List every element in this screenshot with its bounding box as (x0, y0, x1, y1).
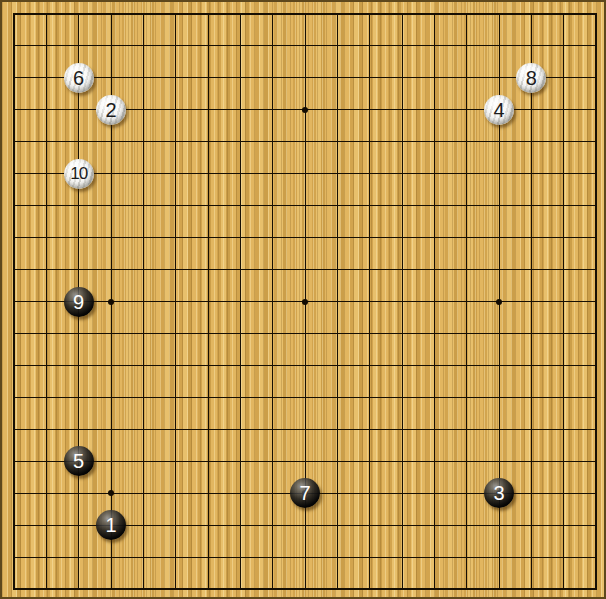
grid-line-vertical-12 (402, 13, 403, 590)
move-number-label: 5 (73, 451, 84, 471)
grid-line-vertical-17 (563, 13, 564, 590)
grid-line-horizontal-17 (13, 557, 597, 558)
star-point-15-9 (496, 299, 502, 305)
grid-line-horizontal-14 (13, 461, 597, 462)
move-number-label: 6 (73, 68, 84, 88)
stone-black-move-7-k4[interactable]: 7 (290, 478, 320, 508)
grid-line-vertical-14 (466, 13, 467, 590)
grid-line-vertical-10 (337, 13, 338, 590)
grid-line-horizontal-12 (13, 397, 597, 398)
star-point-9-9 (302, 299, 308, 305)
stone-black-move-3-q4[interactable]: 3 (484, 478, 514, 508)
grid-line-horizontal-10 (13, 333, 597, 334)
grid-line-vertical-16 (531, 13, 532, 590)
go-board[interactable]: 12345678910 (0, 0, 606, 599)
stone-white-move-4-q16[interactable]: 4 (484, 95, 514, 125)
stone-white-move-8-r17[interactable]: 8 (516, 63, 546, 93)
move-number-label: 8 (526, 68, 537, 88)
grid-line-vertical-11 (369, 13, 370, 590)
star-point-3-15 (108, 490, 114, 496)
move-number-label: 1 (105, 515, 116, 535)
move-number-label: 10 (70, 165, 87, 182)
grid-line-vertical-13 (434, 13, 435, 590)
move-number-label: 3 (493, 483, 504, 503)
move-number-label: 7 (299, 483, 310, 503)
stone-white-move-6-c17[interactable]: 6 (64, 63, 94, 93)
stone-black-move-5-c5[interactable]: 5 (64, 446, 94, 476)
grid-line-horizontal-11 (13, 365, 597, 366)
move-number-label: 2 (105, 100, 116, 120)
move-number-label: 9 (73, 292, 84, 312)
stone-black-move-9-c10[interactable]: 9 (64, 287, 94, 317)
grid-line-vertical-18 (595, 13, 597, 590)
star-point-9-3 (302, 107, 308, 113)
grid-line-horizontal-13 (13, 429, 597, 430)
stone-white-move-10-c14[interactable]: 10 (64, 159, 94, 189)
move-number-label: 4 (493, 100, 504, 120)
star-point-3-9 (108, 299, 114, 305)
stone-black-move-1-d3[interactable]: 1 (96, 510, 126, 540)
stone-white-move-2-d16[interactable]: 2 (96, 95, 126, 125)
grid-line-horizontal-18 (13, 588, 597, 590)
go-diagram: 12345678910 (0, 0, 606, 599)
